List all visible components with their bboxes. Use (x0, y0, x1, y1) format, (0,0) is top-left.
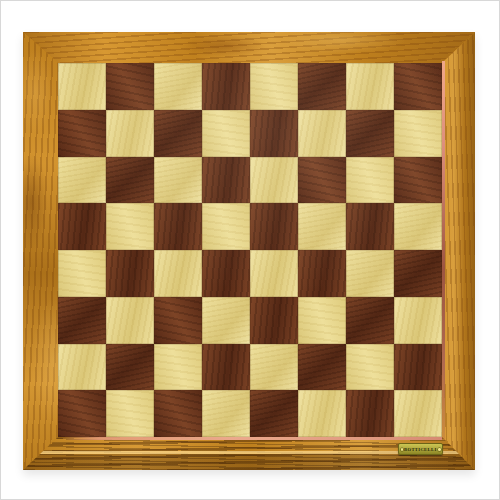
square-d5 (202, 203, 250, 250)
square-d8 (202, 63, 250, 110)
square-e2 (250, 344, 298, 391)
square-b1 (106, 390, 154, 437)
square-f6 (298, 157, 346, 204)
square-g4 (346, 250, 394, 297)
square-a5 (58, 203, 106, 250)
square-g8 (346, 63, 394, 110)
square-g3 (346, 297, 394, 344)
square-a8 (58, 63, 106, 110)
square-b2 (106, 344, 154, 391)
square-e5 (250, 203, 298, 250)
square-g5 (346, 203, 394, 250)
square-h3 (394, 297, 442, 344)
square-g2 (346, 344, 394, 391)
square-c1 (154, 390, 202, 437)
square-d4 (202, 250, 250, 297)
square-b8 (106, 63, 154, 110)
square-f7 (298, 110, 346, 157)
inner-bevel-highlight-bottom (61, 437, 442, 440)
square-d6 (202, 157, 250, 204)
square-e6 (250, 157, 298, 204)
square-g7 (346, 110, 394, 157)
chess-board (58, 63, 442, 437)
square-c4 (154, 250, 202, 297)
square-c5 (154, 203, 202, 250)
square-e7 (250, 110, 298, 157)
square-g1 (346, 390, 394, 437)
square-a7 (58, 110, 106, 157)
frame-top-rail (23, 32, 475, 63)
brand-plate: BOTTICELLI (398, 443, 443, 455)
square-b7 (106, 110, 154, 157)
square-b5 (106, 203, 154, 250)
square-h8 (394, 63, 442, 110)
square-a2 (58, 344, 106, 391)
square-h4 (394, 250, 442, 297)
square-a4 (58, 250, 106, 297)
square-d3 (202, 297, 250, 344)
square-f8 (298, 63, 346, 110)
square-b4 (106, 250, 154, 297)
square-f3 (298, 297, 346, 344)
square-h7 (394, 110, 442, 157)
frame-left-rail (23, 32, 58, 470)
square-e8 (250, 63, 298, 110)
square-f5 (298, 203, 346, 250)
square-d1 (202, 390, 250, 437)
square-e3 (250, 297, 298, 344)
square-c7 (154, 110, 202, 157)
square-d2 (202, 344, 250, 391)
square-f1 (298, 390, 346, 437)
square-f2 (298, 344, 346, 391)
square-b6 (106, 157, 154, 204)
square-a6 (58, 157, 106, 204)
product-photo: BOTTICELLI (0, 0, 500, 500)
inner-bevel-highlight-right (442, 61, 445, 440)
square-c8 (154, 63, 202, 110)
square-h6 (394, 157, 442, 204)
square-h1 (394, 390, 442, 437)
square-a3 (58, 297, 106, 344)
square-g6 (346, 157, 394, 204)
square-h5 (394, 203, 442, 250)
square-f4 (298, 250, 346, 297)
square-e4 (250, 250, 298, 297)
square-a1 (58, 390, 106, 437)
square-c3 (154, 297, 202, 344)
square-e1 (250, 390, 298, 437)
square-d7 (202, 110, 250, 157)
square-c6 (154, 157, 202, 204)
frame-right-rail (442, 32, 475, 470)
square-c2 (154, 344, 202, 391)
brand-plate-label: BOTTICELLI (404, 446, 437, 451)
square-h2 (394, 344, 442, 391)
square-b3 (106, 297, 154, 344)
wooden-frame: BOTTICELLI (23, 32, 475, 470)
